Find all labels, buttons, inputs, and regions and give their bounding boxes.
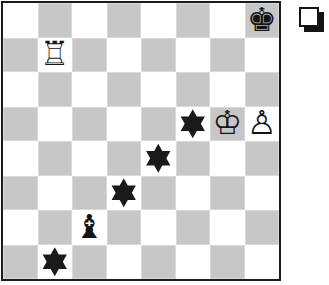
square-a1[interactable] bbox=[3, 245, 38, 280]
square-c6[interactable] bbox=[72, 72, 107, 107]
square-e2[interactable] bbox=[141, 210, 176, 245]
square-h6[interactable] bbox=[245, 72, 280, 107]
square-a3[interactable] bbox=[3, 176, 38, 211]
square-a6[interactable] bbox=[3, 72, 38, 107]
square-g3[interactable] bbox=[210, 176, 245, 211]
star-marker bbox=[41, 247, 69, 276]
square-e3[interactable] bbox=[141, 176, 176, 211]
square-c7[interactable] bbox=[72, 38, 107, 73]
square-f6[interactable] bbox=[176, 72, 211, 107]
black-bishop: ♝ bbox=[74, 210, 104, 243]
square-f5[interactable] bbox=[176, 107, 211, 142]
square-c2[interactable]: ♝ bbox=[72, 210, 107, 245]
square-b6[interactable] bbox=[38, 72, 73, 107]
star-marker bbox=[110, 178, 138, 207]
square-b1[interactable] bbox=[38, 245, 73, 280]
square-c8[interactable] bbox=[72, 3, 107, 38]
square-d2[interactable] bbox=[107, 210, 142, 245]
square-e6[interactable] bbox=[141, 72, 176, 107]
square-h3[interactable] bbox=[245, 176, 280, 211]
square-h8[interactable]: ♚ bbox=[245, 3, 280, 38]
square-b4[interactable] bbox=[38, 141, 73, 176]
white-rook: ♖ bbox=[40, 38, 70, 71]
square-f7[interactable] bbox=[176, 38, 211, 73]
square-a5[interactable] bbox=[3, 107, 38, 142]
square-b5[interactable] bbox=[38, 107, 73, 142]
square-h2[interactable] bbox=[245, 210, 280, 245]
square-b3[interactable] bbox=[38, 176, 73, 211]
square-a8[interactable] bbox=[3, 3, 38, 38]
square-d1[interactable] bbox=[107, 245, 142, 280]
square-g4[interactable] bbox=[210, 141, 245, 176]
square-g8[interactable] bbox=[210, 3, 245, 38]
white-to-move-indicator bbox=[299, 7, 319, 27]
square-f3[interactable] bbox=[176, 176, 211, 211]
square-d3[interactable] bbox=[107, 176, 142, 211]
square-c5[interactable] bbox=[72, 107, 107, 142]
square-c1[interactable] bbox=[72, 245, 107, 280]
square-f2[interactable] bbox=[176, 210, 211, 245]
chess-board: ♚♖♔♙♝ bbox=[1, 1, 281, 281]
square-g7[interactable] bbox=[210, 38, 245, 73]
square-f4[interactable] bbox=[176, 141, 211, 176]
square-d6[interactable] bbox=[107, 72, 142, 107]
square-d8[interactable] bbox=[107, 3, 142, 38]
square-b8[interactable] bbox=[38, 3, 73, 38]
square-b7[interactable]: ♖ bbox=[38, 38, 73, 73]
square-d5[interactable] bbox=[107, 107, 142, 142]
square-h5[interactable]: ♙ bbox=[245, 107, 280, 142]
square-e4[interactable] bbox=[141, 141, 176, 176]
star-marker bbox=[144, 144, 172, 173]
square-g2[interactable] bbox=[210, 210, 245, 245]
square-d7[interactable] bbox=[107, 38, 142, 73]
square-g6[interactable] bbox=[210, 72, 245, 107]
square-b2[interactable] bbox=[38, 210, 73, 245]
square-a4[interactable] bbox=[3, 141, 38, 176]
square-f8[interactable] bbox=[176, 3, 211, 38]
square-e5[interactable] bbox=[141, 107, 176, 142]
white-pawn: ♙ bbox=[247, 107, 277, 140]
square-g5[interactable]: ♔ bbox=[210, 107, 245, 142]
square-e7[interactable] bbox=[141, 38, 176, 73]
square-c3[interactable] bbox=[72, 176, 107, 211]
black-king: ♚ bbox=[247, 3, 277, 36]
square-f1[interactable] bbox=[176, 245, 211, 280]
white-king: ♔ bbox=[212, 107, 242, 140]
square-e1[interactable] bbox=[141, 245, 176, 280]
square-a7[interactable] bbox=[3, 38, 38, 73]
chess-diagram: ♚♖♔♙♝ bbox=[0, 0, 329, 285]
square-h7[interactable] bbox=[245, 38, 280, 73]
square-e8[interactable] bbox=[141, 3, 176, 38]
square-a2[interactable] bbox=[3, 210, 38, 245]
square-d4[interactable] bbox=[107, 141, 142, 176]
square-g1[interactable] bbox=[210, 245, 245, 280]
square-c4[interactable] bbox=[72, 141, 107, 176]
square-h1[interactable] bbox=[245, 245, 280, 280]
square-h4[interactable] bbox=[245, 141, 280, 176]
star-marker bbox=[179, 109, 207, 138]
